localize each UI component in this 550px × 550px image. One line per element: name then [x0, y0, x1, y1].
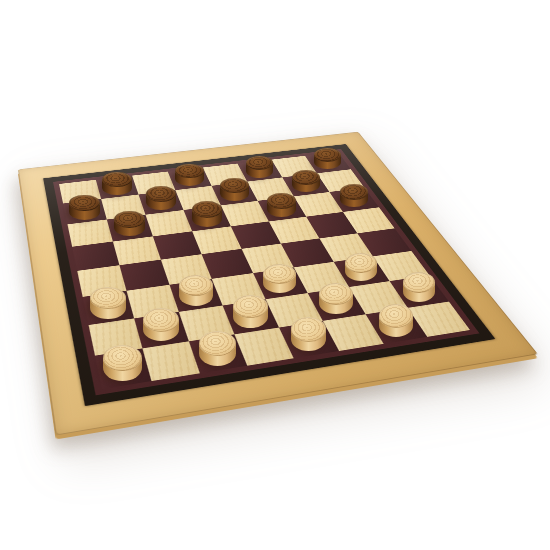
checker-dark-b6[interactable]: [114, 211, 146, 237]
checker-light-a1[interactable]: [103, 345, 142, 382]
dark-checker-top: [267, 193, 296, 209]
light-checker-top: [143, 308, 179, 332]
dark-checker-top: [102, 172, 131, 187]
checker-light-c1[interactable]: [199, 331, 236, 366]
checker-dark-h6[interactable]: [340, 184, 368, 208]
dark-checker-top: [146, 186, 176, 202]
checker-light-b2[interactable]: [143, 308, 179, 342]
checker-light-h2[interactable]: [403, 272, 435, 302]
checker-light-a3[interactable]: [90, 287, 126, 319]
checker-dark-f6[interactable]: [267, 193, 296, 217]
dark-checker-top: [220, 178, 249, 194]
checker-light-g3[interactable]: [345, 253, 377, 282]
checker-light-e3[interactable]: [263, 264, 296, 294]
checker-dark-c7[interactable]: [146, 186, 176, 210]
dark-checker-top: [114, 211, 146, 229]
checker-light-e1[interactable]: [291, 317, 327, 351]
checker-light-f2[interactable]: [319, 283, 353, 314]
checker-dark-g7[interactable]: [292, 170, 320, 193]
checker-dark-h8[interactable]: [314, 148, 341, 169]
dark-checker-top: [292, 170, 320, 185]
light-checker-top: [345, 253, 377, 273]
light-checker-top: [291, 317, 327, 341]
checker-dark-b8[interactable]: [102, 172, 131, 195]
checker-dark-d6[interactable]: [192, 201, 222, 226]
light-checker-top: [103, 345, 142, 371]
checker-light-d2[interactable]: [233, 295, 268, 327]
light-checker-top: [90, 287, 126, 309]
checker-dark-a7[interactable]: [69, 195, 100, 220]
light-checker-top: [403, 272, 435, 293]
light-checker-top: [199, 331, 236, 356]
dark-checker-top: [175, 164, 204, 179]
checkers-photo-stage: [0, 0, 550, 550]
checker-light-g1[interactable]: [379, 304, 413, 337]
dark-checker-top: [340, 184, 368, 200]
light-checker-top: [379, 304, 413, 327]
checker-light-c3[interactable]: [179, 275, 213, 306]
checker-dark-d8[interactable]: [175, 164, 204, 187]
checker-dark-e7[interactable]: [220, 178, 249, 201]
checker-dark-f8[interactable]: [246, 156, 274, 178]
